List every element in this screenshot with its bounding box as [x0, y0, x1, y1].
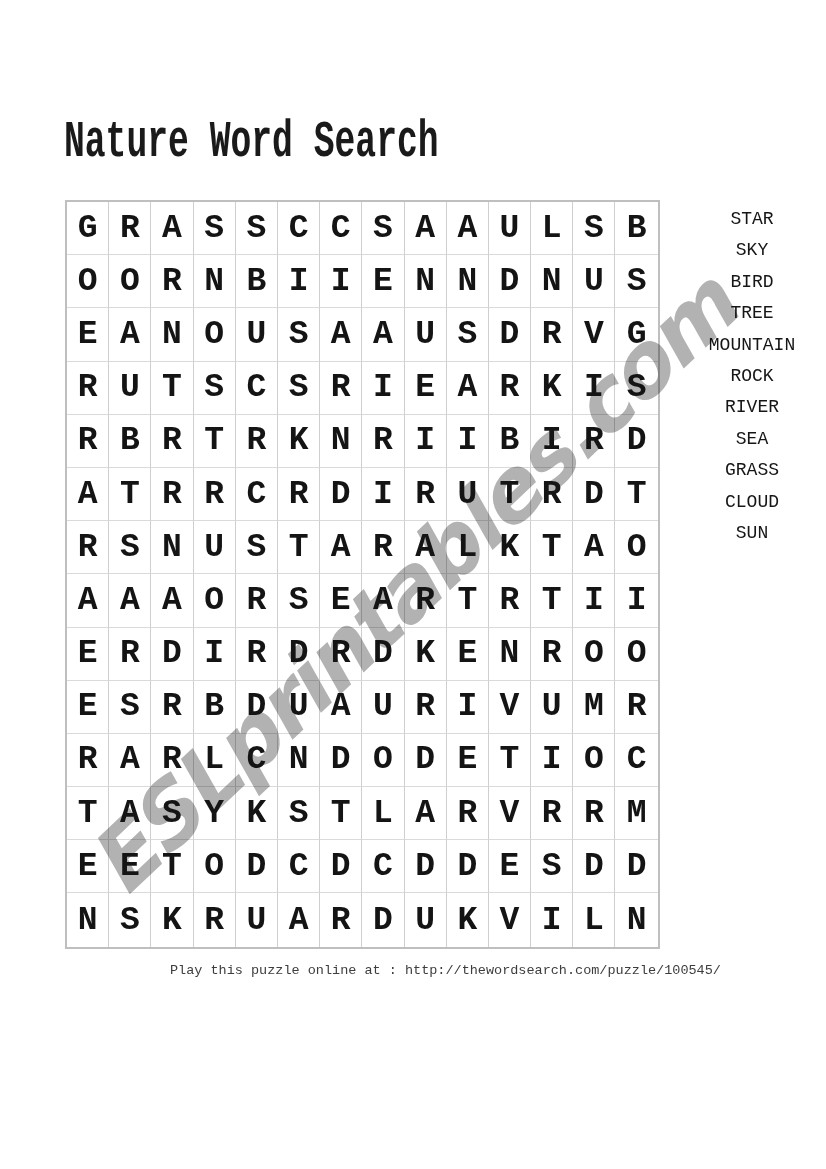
grid-cell[interactable]: N: [489, 628, 531, 681]
grid-letter: R: [78, 741, 98, 778]
grid-cell[interactable]: O: [194, 308, 236, 361]
grid-cell[interactable]: I: [573, 362, 615, 415]
grid-letter: K: [162, 902, 182, 939]
grid-cell[interactable]: U: [236, 893, 278, 946]
grid-letter: I: [415, 422, 435, 459]
grid-letter: N: [457, 263, 477, 300]
grid-cell[interactable]: E: [447, 734, 489, 787]
grid-letter: S: [162, 795, 182, 832]
grid-cell[interactable]: U: [405, 893, 447, 946]
grid-cell[interactable]: N: [447, 255, 489, 308]
grid-cell[interactable]: R: [109, 202, 151, 255]
grid-letter: B: [204, 688, 224, 725]
grid-cell[interactable]: U: [236, 308, 278, 361]
grid-cell[interactable]: R: [194, 893, 236, 946]
grid-letter: O: [584, 741, 604, 778]
grid-cell[interactable]: C: [278, 840, 320, 893]
grid-cell[interactable]: T: [489, 734, 531, 787]
grid-cell[interactable]: K: [489, 521, 531, 574]
grid-cell[interactable]: S: [109, 893, 151, 946]
grid-cell[interactable]: U: [194, 521, 236, 574]
grid-cell[interactable]: S: [236, 202, 278, 255]
grid-cell[interactable]: A: [109, 308, 151, 361]
grid-letter: D: [289, 635, 309, 672]
grid-cell[interactable]: R: [531, 308, 573, 361]
grid-cell[interactable]: I: [362, 468, 404, 521]
grid-letter: R: [331, 635, 351, 672]
grid-cell[interactable]: A: [151, 202, 193, 255]
grid-cell[interactable]: K: [151, 893, 193, 946]
grid-letter: T: [331, 795, 351, 832]
grid-letter: R: [289, 476, 309, 513]
grid-cell[interactable]: D: [573, 840, 615, 893]
grid-cell[interactable]: K: [531, 362, 573, 415]
grid-cell[interactable]: C: [278, 202, 320, 255]
grid-letter: R: [120, 635, 140, 672]
grid-cell[interactable]: A: [362, 308, 404, 361]
grid-cell[interactable]: V: [489, 681, 531, 734]
grid-cell[interactable]: A: [320, 521, 362, 574]
grid-cell[interactable]: I: [362, 362, 404, 415]
grid-letter: S: [627, 263, 647, 300]
grid-cell[interactable]: R: [151, 415, 193, 468]
grid-cell[interactable]: L: [362, 787, 404, 840]
grid-letter: R: [415, 582, 435, 619]
grid-cell[interactable]: S: [194, 202, 236, 255]
grid-cell[interactable]: K: [405, 628, 447, 681]
grid-cell[interactable]: R: [151, 255, 193, 308]
grid-letter: D: [373, 902, 393, 939]
grid-letter: U: [120, 369, 140, 406]
grid-letter: A: [373, 316, 393, 353]
word-list-item: RIVER: [688, 392, 816, 423]
grid-cell[interactable]: R: [151, 468, 193, 521]
grid-cell[interactable]: D: [320, 468, 362, 521]
grid-cell[interactable]: R: [67, 362, 109, 415]
grid-letter: E: [373, 263, 393, 300]
grid-letter: N: [78, 902, 98, 939]
grid-cell[interactable]: O: [194, 840, 236, 893]
grid-letter: D: [415, 741, 435, 778]
grid-letter: R: [162, 476, 182, 513]
grid-cell[interactable]: D: [236, 681, 278, 734]
grid-letter: K: [415, 635, 435, 672]
grid-cell[interactable]: L: [573, 893, 615, 946]
grid-cell[interactable]: S: [573, 202, 615, 255]
grid-cell[interactable]: R: [489, 574, 531, 627]
grid-cell[interactable]: I: [405, 415, 447, 468]
grid-cell[interactable]: R: [573, 787, 615, 840]
grid-cell[interactable]: D: [489, 255, 531, 308]
grid-cell[interactable]: V: [489, 893, 531, 946]
grid-cell[interactable]: R: [320, 362, 362, 415]
grid-cell[interactable]: S: [151, 787, 193, 840]
grid-letter: I: [542, 422, 562, 459]
grid-letter: E: [457, 635, 477, 672]
grid-letter: O: [78, 263, 98, 300]
grid-cell[interactable]: R: [236, 628, 278, 681]
grid-cell[interactable]: D: [236, 840, 278, 893]
grid-cell[interactable]: G: [67, 202, 109, 255]
grid-cell[interactable]: V: [489, 787, 531, 840]
grid-letter: G: [627, 316, 647, 353]
grid-cell[interactable]: O: [67, 255, 109, 308]
grid-cell[interactable]: R: [531, 468, 573, 521]
word-list-item: STAR: [688, 204, 816, 235]
grid-cell[interactable]: B: [489, 415, 531, 468]
grid-cell[interactable]: L: [194, 734, 236, 787]
grid-cell[interactable]: N: [151, 308, 193, 361]
grid-letter: T: [500, 741, 520, 778]
grid-cell[interactable]: E: [320, 574, 362, 627]
grid-cell[interactable]: T: [151, 840, 193, 893]
grid-letter: B: [500, 422, 520, 459]
grid-cell[interactable]: S: [236, 521, 278, 574]
grid-cell[interactable]: A: [67, 468, 109, 521]
grid-cell[interactable]: T: [489, 468, 531, 521]
grid-letter: S: [246, 210, 266, 247]
grid-letter: S: [204, 210, 224, 247]
grid-cell[interactable]: O: [109, 255, 151, 308]
grid-cell[interactable]: N: [615, 893, 657, 946]
grid-letter: D: [500, 263, 520, 300]
grid-letter: R: [542, 476, 562, 513]
grid-letter: Y: [204, 795, 224, 832]
grid-cell[interactable]: R: [615, 681, 657, 734]
grid-cell[interactable]: A: [109, 574, 151, 627]
grid-letter: R: [457, 795, 477, 832]
grid-cell[interactable]: A: [447, 362, 489, 415]
grid-letter: K: [542, 369, 562, 406]
grid-cell[interactable]: T: [531, 521, 573, 574]
grid-cell[interactable]: K: [447, 893, 489, 946]
grid-letter: S: [120, 529, 140, 566]
grid-cell[interactable]: U: [362, 681, 404, 734]
grid-cell[interactable]: T: [531, 574, 573, 627]
grid-cell[interactable]: D: [362, 893, 404, 946]
page-title: Nature Word Search: [64, 117, 439, 168]
grid-letter: A: [78, 476, 98, 513]
grid-letter: A: [120, 795, 140, 832]
grid-letter: S: [289, 795, 309, 832]
grid-letter: R: [162, 688, 182, 725]
grid-letter: L: [584, 902, 604, 939]
grid-letter: O: [627, 635, 647, 672]
grid-cell[interactable]: A: [447, 202, 489, 255]
grid-letter: O: [204, 848, 224, 885]
grid-cell[interactable]: O: [573, 628, 615, 681]
grid-cell[interactable]: S: [109, 681, 151, 734]
grid-cell[interactable]: R: [236, 574, 278, 627]
grid-cell[interactable]: L: [531, 202, 573, 255]
grid-cell[interactable]: E: [489, 840, 531, 893]
grid-cell[interactable]: Y: [194, 787, 236, 840]
word-list-item: CLOUD: [688, 487, 816, 518]
grid-cell[interactable]: O: [362, 734, 404, 787]
grid-cell[interactable]: E: [405, 362, 447, 415]
grid-cell[interactable]: A: [573, 521, 615, 574]
grid-cell[interactable]: K: [278, 415, 320, 468]
word-list-item: ROCK: [688, 361, 816, 392]
grid-cell[interactable]: S: [278, 787, 320, 840]
grid-letter: T: [457, 582, 477, 619]
grid-cell[interactable]: R: [447, 787, 489, 840]
grid-letter: A: [162, 210, 182, 247]
grid-cell[interactable]: R: [405, 574, 447, 627]
grid-cell[interactable]: A: [109, 787, 151, 840]
grid-cell[interactable]: T: [109, 468, 151, 521]
grid-cell[interactable]: T: [151, 362, 193, 415]
grid-letter: E: [415, 369, 435, 406]
grid-cell[interactable]: D: [615, 415, 657, 468]
grid-cell[interactable]: N: [194, 255, 236, 308]
grid-letter: I: [204, 635, 224, 672]
grid-cell[interactable]: S: [531, 840, 573, 893]
grid-cell[interactable]: I: [615, 574, 657, 627]
grid-cell[interactable]: D: [615, 840, 657, 893]
grid-cell[interactable]: C: [320, 202, 362, 255]
grid-letter: R: [162, 741, 182, 778]
grid-letter: A: [373, 582, 393, 619]
grid-cell[interactable]: U: [405, 308, 447, 361]
grid-letter: S: [289, 582, 309, 619]
grid-letter: U: [289, 688, 309, 725]
grid-letter: A: [289, 902, 309, 939]
grid-cell[interactable]: A: [151, 574, 193, 627]
grid-cell[interactable]: T: [194, 415, 236, 468]
grid-letter: D: [331, 476, 351, 513]
grid-cell[interactable]: N: [278, 734, 320, 787]
grid-letter: U: [542, 688, 562, 725]
grid-letter: M: [627, 795, 647, 832]
grid-letter: S: [373, 210, 393, 247]
grid-cell[interactable]: R: [405, 681, 447, 734]
grid-cell[interactable]: D: [320, 734, 362, 787]
grid-letter: A: [415, 529, 435, 566]
grid-cell[interactable]: S: [278, 574, 320, 627]
grid-cell[interactable]: K: [236, 787, 278, 840]
grid-cell[interactable]: R: [531, 628, 573, 681]
grid-cell[interactable]: O: [615, 521, 657, 574]
grid-letter: R: [78, 369, 98, 406]
grid-cell[interactable]: E: [67, 681, 109, 734]
grid-letter: R: [584, 422, 604, 459]
grid-letter: S: [120, 902, 140, 939]
grid-cell[interactable]: D: [489, 308, 531, 361]
grid-cell[interactable]: I: [573, 574, 615, 627]
grid-cell[interactable]: A: [67, 574, 109, 627]
grid-cell[interactable]: N: [151, 521, 193, 574]
grid-letter: I: [627, 582, 647, 619]
grid-cell[interactable]: A: [109, 734, 151, 787]
grid-cell[interactable]: D: [278, 628, 320, 681]
grid-cell[interactable]: T: [67, 787, 109, 840]
grid-letter: N: [162, 316, 182, 353]
grid-cell[interactable]: B: [236, 255, 278, 308]
grid-cell[interactable]: I: [531, 893, 573, 946]
grid-cell[interactable]: I: [194, 628, 236, 681]
grid-cell[interactable]: C: [615, 734, 657, 787]
grid-letter: B: [246, 263, 266, 300]
grid-cell[interactable]: S: [109, 521, 151, 574]
grid-cell[interactable]: I: [447, 415, 489, 468]
grid-cell[interactable]: R: [362, 521, 404, 574]
grid-cell[interactable]: I: [531, 415, 573, 468]
grid-letter: O: [627, 529, 647, 566]
grid-cell[interactable]: R: [67, 521, 109, 574]
grid-cell[interactable]: V: [573, 308, 615, 361]
grid-cell[interactable]: S: [447, 308, 489, 361]
grid-cell[interactable]: T: [278, 521, 320, 574]
grid-letter: B: [120, 422, 140, 459]
grid-letter: N: [627, 902, 647, 939]
grid-cell[interactable]: E: [362, 255, 404, 308]
grid-cell[interactable]: A: [405, 521, 447, 574]
word-list-item: BIRD: [688, 267, 816, 298]
grid-cell[interactable]: E: [67, 308, 109, 361]
grid-cell[interactable]: M: [573, 681, 615, 734]
grid-cell[interactable]: R: [151, 681, 193, 734]
grid-cell[interactable]: N: [320, 415, 362, 468]
grid-cell[interactable]: E: [67, 628, 109, 681]
grid-letter: R: [78, 529, 98, 566]
grid-letter: N: [204, 263, 224, 300]
grid-cell[interactable]: E: [67, 840, 109, 893]
grid-letter: S: [457, 316, 477, 353]
grid-letter: A: [457, 210, 477, 247]
grid-letter: A: [584, 529, 604, 566]
grid-cell[interactable]: U: [278, 681, 320, 734]
grid-cell[interactable]: S: [362, 202, 404, 255]
grid-cell[interactable]: T: [447, 574, 489, 627]
grid-cell[interactable]: E: [447, 628, 489, 681]
grid-letter: I: [457, 688, 477, 725]
grid-letter: O: [204, 316, 224, 353]
grid-cell[interactable]: U: [489, 202, 531, 255]
grid-cell[interactable]: R: [320, 893, 362, 946]
grid-letter: D: [162, 635, 182, 672]
grid-cell[interactable]: S: [278, 308, 320, 361]
grid-letter: N: [500, 635, 520, 672]
grid-cell[interactable]: R: [109, 628, 151, 681]
grid-cell[interactable]: B: [615, 202, 657, 255]
grid-cell[interactable]: S: [615, 362, 657, 415]
grid-cell[interactable]: A: [405, 202, 447, 255]
grid-letter: C: [246, 476, 266, 513]
grid-cell[interactable]: I: [447, 681, 489, 734]
grid-cell[interactable]: R: [573, 415, 615, 468]
grid-letter: T: [542, 529, 562, 566]
grid-letter: D: [246, 848, 266, 885]
grid-cell[interactable]: A: [362, 574, 404, 627]
grid-cell[interactable]: G: [615, 308, 657, 361]
grid-cell[interactable]: N: [405, 255, 447, 308]
grid-cell[interactable]: L: [447, 521, 489, 574]
grid-cell[interactable]: D: [447, 840, 489, 893]
grid-letter: A: [415, 795, 435, 832]
grid-cell[interactable]: O: [573, 734, 615, 787]
grid-cell[interactable]: I: [531, 734, 573, 787]
grid-cell[interactable]: R: [67, 415, 109, 468]
grid-cell[interactable]: N: [531, 255, 573, 308]
grid-cell[interactable]: D: [320, 840, 362, 893]
grid-cell[interactable]: M: [615, 787, 657, 840]
grid-cell[interactable]: R: [489, 362, 531, 415]
grid-letter: U: [415, 316, 435, 353]
grid-cell[interactable]: D: [362, 628, 404, 681]
grid-cell[interactable]: R: [151, 734, 193, 787]
grid-cell[interactable]: R: [236, 415, 278, 468]
grid-cell[interactable]: D: [405, 734, 447, 787]
grid-cell[interactable]: D: [405, 840, 447, 893]
grid-cell[interactable]: D: [573, 468, 615, 521]
grid-letter: R: [246, 582, 266, 619]
grid-cell[interactable]: R: [320, 628, 362, 681]
grid-cell[interactable]: C: [362, 840, 404, 893]
grid-letter: K: [500, 529, 520, 566]
grid-cell[interactable]: B: [109, 415, 151, 468]
grid-cell[interactable]: R: [531, 787, 573, 840]
grid-cell[interactable]: S: [278, 362, 320, 415]
grid-cell[interactable]: O: [615, 628, 657, 681]
grid-cell[interactable]: N: [67, 893, 109, 946]
grid-letter: A: [120, 741, 140, 778]
grid-letter: U: [246, 902, 266, 939]
grid-letter: A: [162, 582, 182, 619]
grid-cell[interactable]: I: [320, 255, 362, 308]
grid-cell[interactable]: S: [615, 255, 657, 308]
grid-cell[interactable]: U: [531, 681, 573, 734]
grid-cell[interactable]: I: [278, 255, 320, 308]
grid-cell[interactable]: C: [236, 468, 278, 521]
grid-letter: K: [457, 902, 477, 939]
grid-letter: I: [584, 369, 604, 406]
grid-letter: N: [331, 422, 351, 459]
grid-letter: G: [78, 210, 98, 247]
grid-cell[interactable]: D: [151, 628, 193, 681]
grid-cell[interactable]: S: [194, 362, 236, 415]
grid-letter: T: [162, 848, 182, 885]
word-list-item: GRASS: [688, 455, 816, 486]
grid-cell[interactable]: R: [67, 734, 109, 787]
grid-cell[interactable]: A: [320, 681, 362, 734]
grid-letter: C: [246, 369, 266, 406]
grid-letter: E: [78, 688, 98, 725]
grid-cell[interactable]: C: [236, 734, 278, 787]
grid-cell[interactable]: B: [194, 681, 236, 734]
grid-cell[interactable]: A: [320, 308, 362, 361]
grid-cell[interactable]: C: [236, 362, 278, 415]
grid-cell[interactable]: T: [615, 468, 657, 521]
grid-cell[interactable]: R: [278, 468, 320, 521]
grid-cell[interactable]: R: [362, 415, 404, 468]
grid-cell[interactable]: U: [447, 468, 489, 521]
grid-cell[interactable]: A: [405, 787, 447, 840]
grid-letter: A: [78, 582, 98, 619]
grid-cell[interactable]: A: [278, 893, 320, 946]
grid-cell[interactable]: E: [109, 840, 151, 893]
grid-cell[interactable]: O: [194, 574, 236, 627]
grid-cell[interactable]: T: [320, 787, 362, 840]
grid-cell[interactable]: R: [194, 468, 236, 521]
grid-letter: N: [289, 741, 309, 778]
word-list-item: SEA: [688, 424, 816, 455]
grid-cell[interactable]: U: [109, 362, 151, 415]
worksheet-page: { "title": "Nature Word Search", "waterm…: [0, 0, 826, 1169]
grid-letter: D: [246, 688, 266, 725]
grid-cell[interactable]: R: [405, 468, 447, 521]
grid-cell[interactable]: U: [573, 255, 615, 308]
